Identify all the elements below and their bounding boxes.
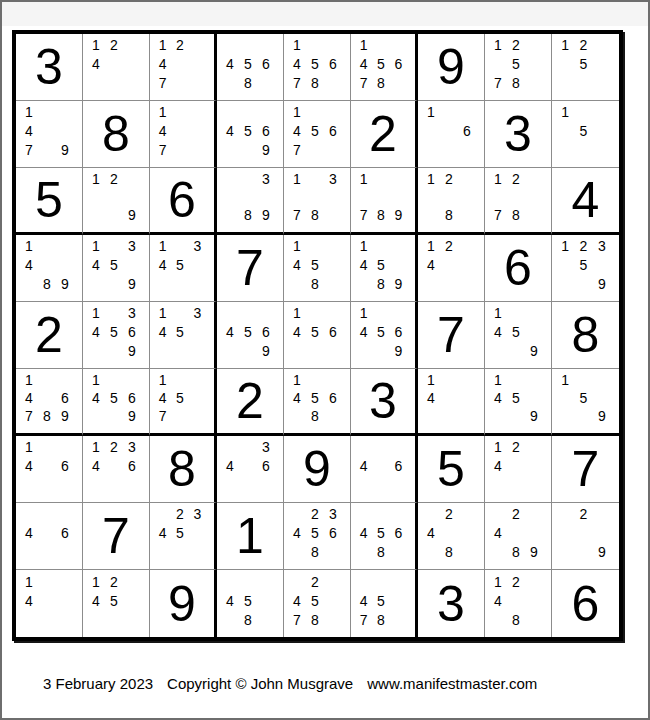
- pencil-mark-3: 3: [324, 170, 342, 188]
- pencil-mark-9: [390, 475, 407, 494]
- pencil-mark-5: [105, 55, 123, 74]
- pencil-mark-6: 6: [257, 457, 275, 476]
- pencil-marks: 145678: [288, 36, 342, 92]
- pencil-mark-5: [239, 457, 257, 476]
- pencil-mark-7: [556, 407, 574, 425]
- cell-r9c2[interactable]: 1245: [83, 570, 150, 637]
- big-digit: 1: [217, 503, 283, 569]
- pencil-mark-1: 1: [556, 103, 574, 122]
- cell-r9c1[interactable]: 14: [16, 570, 83, 637]
- pencil-mark-6: [525, 524, 543, 543]
- pencil-mark-6: 6: [56, 524, 74, 543]
- pencil-mark-3: [390, 237, 407, 256]
- pencil-mark-1: 1: [489, 36, 507, 55]
- pencil-mark-6: [458, 389, 476, 407]
- pencil-mark-8: 8: [306, 407, 324, 425]
- pencil-mark-4: 4: [87, 256, 105, 275]
- cell-r5c9[interactable]: 8: [552, 302, 619, 369]
- pencil-mark-5: 5: [574, 55, 592, 74]
- pencil-mark-3: [525, 36, 543, 55]
- pencil-mark-1: 1: [422, 103, 440, 122]
- cell-r2c5[interactable]: 14567: [284, 101, 351, 168]
- pencil-mark-2: 2: [105, 170, 123, 188]
- pencil-mark-5: [574, 524, 592, 543]
- cell-r8c1[interactable]: 46: [16, 503, 83, 570]
- cell-r9c7[interactable]: 3: [418, 570, 485, 637]
- pencil-mark-1: 1: [288, 237, 306, 256]
- pencil-mark-5: [372, 188, 389, 206]
- pencil-mark-1: 1: [154, 36, 171, 55]
- pencil-mark-7: [20, 274, 38, 293]
- pencil-mark-4: [489, 188, 507, 206]
- pencil-mark-7: 7: [154, 73, 171, 92]
- cell-r4c3[interactable]: 1345: [150, 235, 217, 302]
- cell-r7c9[interactable]: 7: [552, 436, 619, 503]
- cell-r2c4[interactable]: 4569: [217, 101, 284, 168]
- pencil-mark-9: [525, 475, 543, 494]
- pencil-mark-4: 4: [87, 457, 105, 476]
- big-digit: 9: [150, 570, 214, 637]
- pencil-marks: 14589: [355, 237, 407, 293]
- pencil-mark-9: [56, 475, 74, 494]
- pencil-mark-4: [221, 188, 239, 206]
- pencil-mark-5: 5: [239, 122, 257, 141]
- pencil-mark-3: [390, 170, 407, 188]
- cell-r4c4[interactable]: 7: [217, 235, 284, 302]
- pencil-mark-4: 4: [221, 55, 239, 74]
- cell-r5c5[interactable]: 1456: [284, 302, 351, 369]
- pencil-mark-9: [593, 140, 611, 159]
- pencil-mark-2: [372, 36, 389, 55]
- cell-r1c6[interactable]: 145678: [351, 34, 418, 101]
- pencil-mark-1: 1: [489, 572, 507, 591]
- cell-r5c6[interactable]: 14569: [351, 302, 418, 369]
- pencil-mark-1: [221, 36, 239, 55]
- pencil-mark-6: [257, 591, 275, 610]
- pencil-mark-1: 1: [87, 572, 105, 591]
- pencil-mark-4: 4: [288, 122, 306, 141]
- pencil-mark-4: [556, 524, 574, 543]
- pencil-marks: 145678: [355, 36, 407, 92]
- cell-r7c6[interactable]: 46: [351, 436, 418, 503]
- pencil-mark-6: [593, 524, 611, 543]
- cell-r4c5[interactable]: 1458: [284, 235, 351, 302]
- cell-r5c8[interactable]: 1459: [485, 302, 552, 369]
- pencil-mark-2: [38, 572, 56, 591]
- pencil-mark-3: [123, 170, 141, 188]
- pencil-mark-4: 4: [154, 122, 171, 141]
- cell-r7c8[interactable]: 124: [485, 436, 552, 503]
- pencil-mark-9: [123, 73, 141, 92]
- pencil-mark-9: [525, 206, 543, 224]
- cell-r9c3[interactable]: 9: [150, 570, 217, 637]
- cell-r3c2[interactable]: 129: [83, 168, 150, 235]
- cell-r6c7[interactable]: 14: [418, 369, 485, 436]
- cell-r9c4[interactable]: 458: [217, 570, 284, 637]
- pencil-mark-9: 9: [593, 407, 611, 425]
- pencil-mark-3: [525, 304, 543, 323]
- pencil-mark-4: 4: [20, 389, 38, 407]
- pencil-mark-7: [87, 206, 105, 224]
- pencil-mark-4: 4: [87, 55, 105, 74]
- pencil-mark-4: 4: [154, 524, 171, 543]
- cell-r3c3[interactable]: 6: [150, 168, 217, 235]
- pencil-mark-3: [257, 36, 275, 55]
- cell-r9c8[interactable]: 1248: [485, 570, 552, 637]
- pencil-mark-2: [239, 36, 257, 55]
- pencil-mark-8: [574, 140, 592, 159]
- cell-r8c6[interactable]: 4568: [351, 503, 418, 570]
- pencil-mark-8: [507, 341, 525, 360]
- big-digit: 4: [552, 168, 619, 232]
- pencil-mark-6: 6: [257, 323, 275, 342]
- pencil-mark-2: [372, 304, 389, 323]
- cell-r7c1[interactable]: 146: [16, 436, 83, 503]
- big-digit: 9: [284, 436, 350, 502]
- pencil-mark-7: 7: [355, 73, 372, 92]
- pencil-mark-5: [440, 389, 458, 407]
- pencil-mark-2: [507, 304, 525, 323]
- pencil-mark-3: [525, 170, 543, 188]
- pencil-mark-8: 8: [372, 274, 389, 293]
- sudoku-board: 3124124745681456781456789125781251479814…: [12, 30, 623, 641]
- pencil-mark-5: 5: [306, 524, 324, 543]
- cell-r5c1[interactable]: 2: [16, 302, 83, 369]
- pencil-mark-8: [105, 341, 123, 360]
- cell-r8c8[interactable]: 2489: [485, 503, 552, 570]
- cell-r8c3[interactable]: 2345: [150, 503, 217, 570]
- pencil-mark-3: [593, 505, 611, 524]
- pencil-mark-1: [288, 505, 306, 524]
- pencil-mark-5: [38, 524, 56, 543]
- pencil-mark-5: 5: [171, 524, 188, 543]
- cell-r8c9[interactable]: 29: [552, 503, 619, 570]
- pencil-marks: 124: [489, 438, 543, 494]
- cell-r9c9[interactable]: 6: [552, 570, 619, 637]
- pencil-mark-9: [257, 610, 275, 629]
- pencil-mark-3: [123, 371, 141, 389]
- pencil-marks: 46: [355, 438, 407, 494]
- pencil-mark-9: [324, 542, 342, 561]
- pencil-mark-1: [221, 170, 239, 188]
- pencil-mark-9: 9: [56, 274, 74, 293]
- cell-r3c1[interactable]: 5: [16, 168, 83, 235]
- pencil-mark-1: 1: [422, 170, 440, 188]
- pencil-marks: 14568: [288, 371, 342, 425]
- pencil-mark-1: [355, 572, 372, 591]
- pencil-marks: 16: [422, 103, 476, 159]
- pencil-mark-4: 4: [422, 256, 440, 275]
- cell-r5c3[interactable]: 1345: [150, 302, 217, 369]
- pencil-mark-7: [489, 341, 507, 360]
- cell-r3c9[interactable]: 4: [552, 168, 619, 235]
- pencil-mark-9: [189, 140, 206, 159]
- pencil-mark-6: [56, 122, 74, 141]
- pencil-mark-7: [422, 542, 440, 561]
- cell-r3c7[interactable]: 128: [418, 168, 485, 235]
- cell-r2c8[interactable]: 3: [485, 101, 552, 168]
- pencil-mark-7: 7: [20, 140, 38, 159]
- pencil-mark-5: [239, 188, 257, 206]
- pencil-mark-1: [221, 103, 239, 122]
- pencil-mark-4: 4: [288, 591, 306, 610]
- pencil-mark-9: [390, 610, 407, 629]
- cell-r7c4[interactable]: 346: [217, 436, 284, 503]
- cell-r1c4[interactable]: 4568: [217, 34, 284, 101]
- cell-r8c4[interactable]: 1: [217, 503, 284, 570]
- cell-r2c2[interactable]: 8: [83, 101, 150, 168]
- pencil-mark-4: 4: [422, 524, 440, 543]
- pencil-mark-4: 4: [355, 457, 372, 476]
- cell-r6c4[interactable]: 2: [217, 369, 284, 436]
- pencil-mark-7: [489, 475, 507, 494]
- big-digit: 8: [83, 101, 149, 167]
- cell-r3c6[interactable]: 1789: [351, 168, 418, 235]
- pencil-mark-7: [154, 341, 171, 360]
- pencil-mark-5: [507, 188, 525, 206]
- cell-r4c9[interactable]: 12359: [552, 235, 619, 302]
- pencil-marks: 13459: [87, 237, 141, 293]
- pencil-mark-9: 9: [257, 341, 275, 360]
- big-digit: 7: [552, 436, 619, 502]
- pencil-mark-8: [574, 73, 592, 92]
- cell-r1c9[interactable]: 125: [552, 34, 619, 101]
- pencil-mark-3: [458, 103, 476, 122]
- cell-r7c2[interactable]: 12346: [83, 436, 150, 503]
- pencil-mark-2: 2: [105, 572, 123, 591]
- pencil-mark-4: 4: [288, 389, 306, 407]
- pencil-marks: 1248: [489, 572, 543, 629]
- pencil-mark-2: [105, 304, 123, 323]
- pencil-mark-4: [87, 188, 105, 206]
- footer-date: 3 February 2023: [43, 675, 153, 692]
- cell-r4c1[interactable]: 1489: [16, 235, 83, 302]
- pencil-mark-1: [154, 505, 171, 524]
- pencil-mark-2: [38, 371, 56, 389]
- pencil-mark-9: 9: [123, 274, 141, 293]
- pencil-mark-5: 5: [239, 323, 257, 342]
- pencil-mark-7: [489, 610, 507, 629]
- big-digit: 8: [150, 436, 214, 502]
- pencil-mark-6: [123, 55, 141, 74]
- pencil-mark-1: 1: [87, 170, 105, 188]
- cell-r4c7[interactable]: 124: [418, 235, 485, 302]
- pencil-mark-8: [306, 341, 324, 360]
- pencil-mark-7: [489, 542, 507, 561]
- pencil-marks: 4569: [221, 304, 275, 360]
- cell-r6c6[interactable]: 3: [351, 369, 418, 436]
- pencil-mark-5: 5: [171, 389, 188, 407]
- cell-r2c7[interactable]: 16: [418, 101, 485, 168]
- cell-r2c3[interactable]: 147: [150, 101, 217, 168]
- pencil-mark-6: 6: [123, 389, 141, 407]
- pencil-mark-4: 4: [489, 457, 507, 476]
- pencil-mark-9: [390, 542, 407, 561]
- pencil-mark-3: [56, 505, 74, 524]
- cell-r4c8[interactable]: 6: [485, 235, 552, 302]
- pencil-mark-7: [556, 140, 574, 159]
- pencil-mark-6: 6: [390, 55, 407, 74]
- cell-r2c9[interactable]: 15: [552, 101, 619, 168]
- cell-r4c6[interactable]: 14589: [351, 235, 418, 302]
- cell-r6c9[interactable]: 159: [552, 369, 619, 436]
- footer-website: www.manifestmaster.com: [367, 675, 537, 692]
- pencil-mark-8: 8: [440, 206, 458, 224]
- pencil-mark-7: [221, 140, 239, 159]
- cell-r3c8[interactable]: 1278: [485, 168, 552, 235]
- pencil-mark-3: 3: [189, 304, 206, 323]
- pencil-mark-8: [507, 407, 525, 425]
- cell-r2c1[interactable]: 1479: [16, 101, 83, 168]
- pencil-mark-8: 8: [239, 73, 257, 92]
- pencil-mark-2: [38, 438, 56, 457]
- cell-r1c2[interactable]: 124: [83, 34, 150, 101]
- pencil-mark-8: [574, 274, 592, 293]
- pencil-mark-7: [87, 610, 105, 629]
- pencil-mark-1: 1: [355, 304, 372, 323]
- pencil-mark-4: 4: [221, 122, 239, 141]
- pencil-marks: 14: [20, 572, 74, 629]
- cell-r6c2[interactable]: 14569: [83, 369, 150, 436]
- pencil-mark-7: [87, 341, 105, 360]
- pencil-marks: 458: [221, 572, 275, 629]
- pencil-mark-7: [556, 274, 574, 293]
- pencil-mark-5: 5: [372, 323, 389, 342]
- cell-r1c1[interactable]: 3: [16, 34, 83, 101]
- pencil-mark-8: 8: [38, 274, 56, 293]
- pencil-mark-3: [257, 572, 275, 591]
- pencil-mark-6: 6: [123, 323, 141, 342]
- pencil-mark-1: 1: [87, 237, 105, 256]
- pencil-mark-6: 6: [324, 524, 342, 543]
- pencil-mark-5: [507, 591, 525, 610]
- pencil-mark-8: [440, 140, 458, 159]
- pencil-mark-9: 9: [525, 542, 543, 561]
- pencil-mark-1: 1: [20, 371, 38, 389]
- pencil-mark-2: 2: [574, 36, 592, 55]
- pencil-mark-3: 3: [189, 505, 206, 524]
- pencil-mark-2: [306, 237, 324, 256]
- pencil-mark-7: [556, 73, 574, 92]
- pencil-mark-3: [56, 572, 74, 591]
- cell-r7c3[interactable]: 8: [150, 436, 217, 503]
- pencil-mark-5: [440, 256, 458, 275]
- pencil-mark-4: 4: [154, 389, 171, 407]
- cell-r6c8[interactable]: 1459: [485, 369, 552, 436]
- pencil-mark-5: 5: [372, 591, 389, 610]
- pencil-marks: 15: [556, 103, 611, 159]
- pencil-marks: 346: [221, 438, 275, 494]
- cell-r2c6[interactable]: 2: [351, 101, 418, 168]
- pencil-mark-6: 6: [390, 457, 407, 476]
- cell-r1c3[interactable]: 1247: [150, 34, 217, 101]
- pencil-marks: 4569: [221, 103, 275, 159]
- cell-r3c4[interactable]: 389: [217, 168, 284, 235]
- pencil-mark-9: 9: [593, 542, 611, 561]
- pencil-mark-5: 5: [372, 256, 389, 275]
- cell-r5c7[interactable]: 7: [418, 302, 485, 369]
- pencil-mark-2: 2: [105, 36, 123, 55]
- pencil-mark-4: [422, 188, 440, 206]
- pencil-mark-4: 4: [87, 389, 105, 407]
- cell-r5c2[interactable]: 134569: [83, 302, 150, 369]
- pencil-mark-6: 6: [324, 55, 342, 74]
- cell-r5c4[interactable]: 4569: [217, 302, 284, 369]
- pencil-mark-9: [324, 274, 342, 293]
- pencil-mark-8: [105, 407, 123, 425]
- cell-r4c2[interactable]: 13459: [83, 235, 150, 302]
- cell-r6c1[interactable]: 146789: [16, 369, 83, 436]
- pencil-mark-6: [56, 256, 74, 275]
- pencil-mark-9: [189, 274, 206, 293]
- pencil-mark-6: [525, 55, 543, 74]
- pencil-mark-7: 7: [288, 610, 306, 629]
- big-digit: 7: [83, 503, 149, 569]
- cell-r7c7[interactable]: 5: [418, 436, 485, 503]
- pencil-mark-9: [257, 475, 275, 494]
- cell-r1c7[interactable]: 9: [418, 34, 485, 101]
- cell-r9c6[interactable]: 4578: [351, 570, 418, 637]
- pencil-mark-2: 2: [507, 438, 525, 457]
- pencil-mark-9: 9: [56, 407, 74, 425]
- pencil-mark-1: 1: [422, 237, 440, 256]
- pencil-mark-9: [525, 73, 543, 92]
- pencil-mark-8: [440, 407, 458, 425]
- cell-r6c5[interactable]: 14568: [284, 369, 351, 436]
- pencil-mark-6: [458, 256, 476, 275]
- pencil-mark-5: 5: [239, 591, 257, 610]
- cell-r1c5[interactable]: 145678: [284, 34, 351, 101]
- pencil-mark-2: 2: [306, 572, 324, 591]
- pencil-marks: 128: [422, 170, 476, 224]
- cell-r7c5[interactable]: 9: [284, 436, 351, 503]
- footer: 3 February 2023 Copyright © John Musgrav…: [43, 675, 537, 692]
- pencil-mark-5: 5: [574, 122, 592, 141]
- cell-r9c5[interactable]: 24578: [284, 570, 351, 637]
- pencil-mark-1: [489, 505, 507, 524]
- pencil-mark-1: 1: [288, 304, 306, 323]
- cell-r8c7[interactable]: 248: [418, 503, 485, 570]
- pencil-mark-7: [221, 73, 239, 92]
- pencil-mark-9: [458, 542, 476, 561]
- pencil-mark-5: 5: [574, 389, 592, 407]
- pencil-marks: 1789: [355, 170, 407, 224]
- pencil-mark-6: [390, 256, 407, 275]
- pencil-mark-3: [390, 36, 407, 55]
- cell-r6c3[interactable]: 1457: [150, 369, 217, 436]
- cell-r8c2[interactable]: 7: [83, 503, 150, 570]
- pencil-marks: 146789: [20, 371, 74, 425]
- pencil-mark-4: 4: [422, 389, 440, 407]
- pencil-mark-5: [105, 188, 123, 206]
- pencil-mark-9: [324, 206, 342, 224]
- pencil-mark-9: 9: [390, 274, 407, 293]
- pencil-mark-8: 8: [440, 542, 458, 561]
- cell-r3c5[interactable]: 1378: [284, 168, 351, 235]
- cell-r1c8[interactable]: 12578: [485, 34, 552, 101]
- cell-r8c5[interactable]: 234568: [284, 503, 351, 570]
- pencil-mark-1: 1: [556, 36, 574, 55]
- pencil-mark-2: 2: [440, 170, 458, 188]
- pencil-mark-6: 6: [257, 122, 275, 141]
- pencil-marks: 134569: [87, 304, 141, 360]
- pencil-mark-4: 4: [154, 55, 171, 74]
- pencil-mark-1: 1: [20, 438, 38, 457]
- pencil-mark-3: 3: [257, 438, 275, 457]
- pencil-mark-4: 4: [489, 323, 507, 342]
- pencil-mark-4: [355, 188, 372, 206]
- pencil-mark-9: 9: [390, 206, 407, 224]
